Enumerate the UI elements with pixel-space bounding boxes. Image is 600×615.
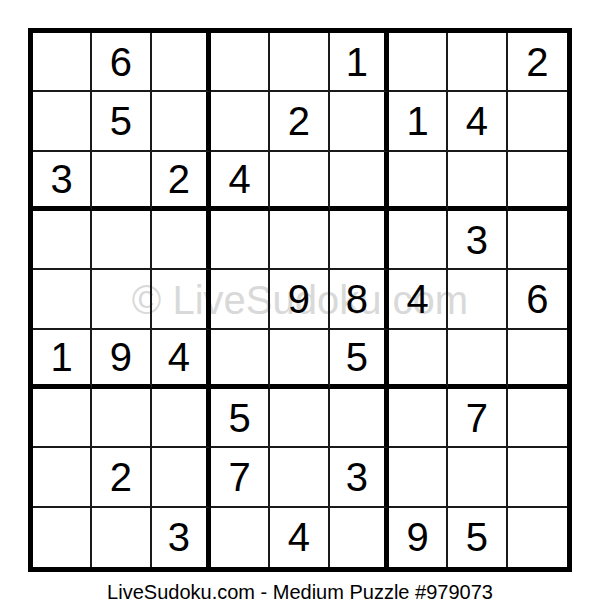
cell-r1c6-given: 1 [330, 33, 389, 92]
cell-r4c9-empty [508, 211, 567, 270]
cell-r1c5-empty [270, 33, 329, 92]
cell-r3c1-given: 3 [33, 152, 92, 211]
cell-r8c4-given: 7 [211, 448, 270, 507]
cell-r8c8-empty [448, 448, 507, 507]
cell-r3c3-given: 2 [152, 152, 211, 211]
cell-r4c4-empty [211, 211, 270, 270]
cell-r1c4-empty [211, 33, 270, 92]
cell-r7c2-empty [92, 389, 151, 448]
cell-r8c5-empty [270, 448, 329, 507]
cell-r4c6-empty [330, 211, 389, 270]
cell-r8c7-empty [389, 448, 448, 507]
cell-r1c1-empty [33, 33, 92, 92]
cell-r3c4-given: 4 [211, 152, 270, 211]
cell-r9c3-given: 3 [152, 508, 211, 567]
cell-r5c6-given: 8 [330, 270, 389, 329]
cell-r6c5-empty [270, 330, 329, 389]
cell-r4c5-empty [270, 211, 329, 270]
cell-r4c2-empty [92, 211, 151, 270]
cell-r2c1-empty [33, 92, 92, 151]
cell-r6c4-empty [211, 330, 270, 389]
cell-r7c7-empty [389, 389, 448, 448]
cell-r8c1-empty [33, 448, 92, 507]
cell-r5c1-empty [33, 270, 92, 329]
cell-r8c3-empty [152, 448, 211, 507]
cell-r4c7-empty [389, 211, 448, 270]
cell-r6c1-given: 1 [33, 330, 92, 389]
cell-r5c4-empty [211, 270, 270, 329]
cell-r8c9-empty [508, 448, 567, 507]
cell-r5c8-empty [448, 270, 507, 329]
cell-r5c7-given: 4 [389, 270, 448, 329]
cell-r9c2-empty [92, 508, 151, 567]
cell-r3c8-empty [448, 152, 507, 211]
cell-r7c5-empty [270, 389, 329, 448]
board-wrap: © LiveSudoku.com 61252143243984619455727… [0, 0, 600, 572]
cell-r6c6-given: 5 [330, 330, 389, 389]
cell-r7c1-empty [33, 389, 92, 448]
cell-r7c6-empty [330, 389, 389, 448]
cell-r3c7-empty [389, 152, 448, 211]
cell-r6c7-empty [389, 330, 448, 389]
cell-r7c9-empty [508, 389, 567, 448]
cell-r9c1-empty [33, 508, 92, 567]
cell-r3c6-empty [330, 152, 389, 211]
cell-r8c2-given: 2 [92, 448, 151, 507]
cell-r9c5-given: 4 [270, 508, 329, 567]
cell-r1c7-empty [389, 33, 448, 92]
cell-r2c6-empty [330, 92, 389, 151]
cell-r2c7-given: 1 [389, 92, 448, 151]
cell-r1c9-given: 2 [508, 33, 567, 92]
puzzle-caption: LiveSudoku.com - Medium Puzzle #979073 [0, 581, 600, 604]
cell-r6c2-given: 9 [92, 330, 151, 389]
cell-r9c7-given: 9 [389, 508, 448, 567]
cell-r1c3-empty [152, 33, 211, 92]
cell-r3c5-empty [270, 152, 329, 211]
cell-r5c2-empty [92, 270, 151, 329]
cell-r2c9-empty [508, 92, 567, 151]
cell-r3c2-empty [92, 152, 151, 211]
sudoku-board: © LiveSudoku.com 61252143243984619455727… [28, 28, 572, 572]
cell-r2c2-given: 5 [92, 92, 151, 151]
cell-r2c5-given: 2 [270, 92, 329, 151]
cell-r7c3-empty [152, 389, 211, 448]
cell-r3c9-empty [508, 152, 567, 211]
cell-r5c3-empty [152, 270, 211, 329]
cell-r9c4-empty [211, 508, 270, 567]
cell-r8c6-given: 3 [330, 448, 389, 507]
cell-r6c3-given: 4 [152, 330, 211, 389]
cell-r6c9-empty [508, 330, 567, 389]
cell-r2c3-empty [152, 92, 211, 151]
cell-r9c9-empty [508, 508, 567, 567]
cell-r4c3-empty [152, 211, 211, 270]
cell-r9c8-given: 5 [448, 508, 507, 567]
cell-r2c4-empty [211, 92, 270, 151]
cell-r4c1-empty [33, 211, 92, 270]
cell-r7c4-given: 5 [211, 389, 270, 448]
cell-r2c8-given: 4 [448, 92, 507, 151]
cell-r5c9-given: 6 [508, 270, 567, 329]
cell-r6c8-empty [448, 330, 507, 389]
cell-r1c8-empty [448, 33, 507, 92]
cell-r9c6-empty [330, 508, 389, 567]
cell-r1c2-given: 6 [92, 33, 151, 92]
cell-r7c8-given: 7 [448, 389, 507, 448]
page: © LiveSudoku.com 61252143243984619455727… [0, 0, 600, 615]
cell-r5c5-given: 9 [270, 270, 329, 329]
cell-r4c8-given: 3 [448, 211, 507, 270]
